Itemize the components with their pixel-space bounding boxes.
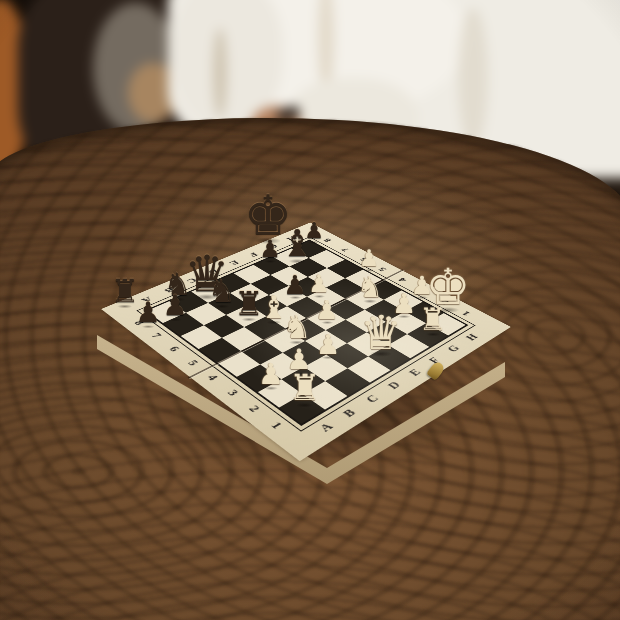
piece-shadow: [264, 320, 283, 325]
piece-glyph: ♜: [289, 370, 321, 406]
piece-glyph: ♞: [283, 311, 312, 343]
piece-glyph: ♛: [360, 309, 402, 356]
piece-shadow: [287, 295, 303, 299]
black-knight-c6[interactable]: ♞: [208, 276, 236, 307]
black-pawn-b6[interactable]: ♟: [162, 292, 187, 320]
piece-shadow: [294, 402, 316, 408]
black-bishop-e5[interactable]: ♝: [280, 225, 313, 262]
white-rook-f1[interactable]: ♜: [419, 304, 447, 335]
white-pawn-e4[interactable]: ♟: [308, 272, 330, 296]
photo-stage: 87654321 87654321 ABCDEFGH ABCDEFGH ♜♟♟♟…: [0, 0, 620, 620]
piece-shadow: [115, 304, 135, 309]
piece-shadow: [212, 304, 231, 309]
piece-shadow: [286, 258, 309, 264]
piece-shadow: [263, 260, 278, 264]
white-queen-d1[interactable]: ♛: [360, 309, 402, 356]
piece-glyph: ♟: [315, 297, 338, 323]
black-pawn-a6[interactable]: ♟: [135, 299, 160, 327]
piece-glyph: ♟: [316, 331, 340, 358]
white-pawn-c2[interactable]: ♟: [316, 331, 340, 358]
pieces-layer: ♜♟♟♟♛♞♟♝♟♞♟♟♟♜♚♜♟♞♟♛♞♜♟♝♟♚♟: [0, 0, 620, 620]
black-pawn-e6[interactable]: ♟: [259, 237, 281, 261]
piece-glyph: ♟: [258, 360, 284, 389]
piece-glyph: ♟: [135, 299, 160, 327]
piece-shadow: [320, 355, 337, 359]
piece-shadow: [366, 350, 395, 358]
piece-glyph: ♟: [359, 247, 380, 270]
white-knight-c3[interactable]: ♞: [283, 311, 312, 343]
piece-glyph: ♞: [208, 276, 236, 307]
piece-shadow: [423, 332, 442, 337]
white-rook-a1[interactable]: ♜: [289, 370, 321, 406]
white-pawn-a2[interactable]: ♟: [258, 360, 284, 389]
white-pawn-g4[interactable]: ♟: [359, 247, 380, 270]
piece-glyph: ♝: [280, 225, 313, 262]
piece-shadow: [166, 317, 183, 321]
piece-shadow: [319, 320, 335, 324]
piece-shadow: [361, 299, 379, 304]
piece-shadow: [239, 317, 259, 322]
piece-shadow: [262, 386, 280, 391]
piece-glyph: ♟: [259, 237, 281, 261]
white-pawn-d3[interactable]: ♟: [315, 297, 338, 323]
piece-glyph: ♟: [162, 292, 187, 320]
piece-shadow: [139, 324, 156, 328]
piece-glyph: ♟: [308, 272, 330, 296]
piece-glyph: ♞: [357, 273, 383, 302]
white-knight-f3[interactable]: ♞: [357, 273, 383, 302]
piece-glyph: ♜: [419, 304, 447, 335]
